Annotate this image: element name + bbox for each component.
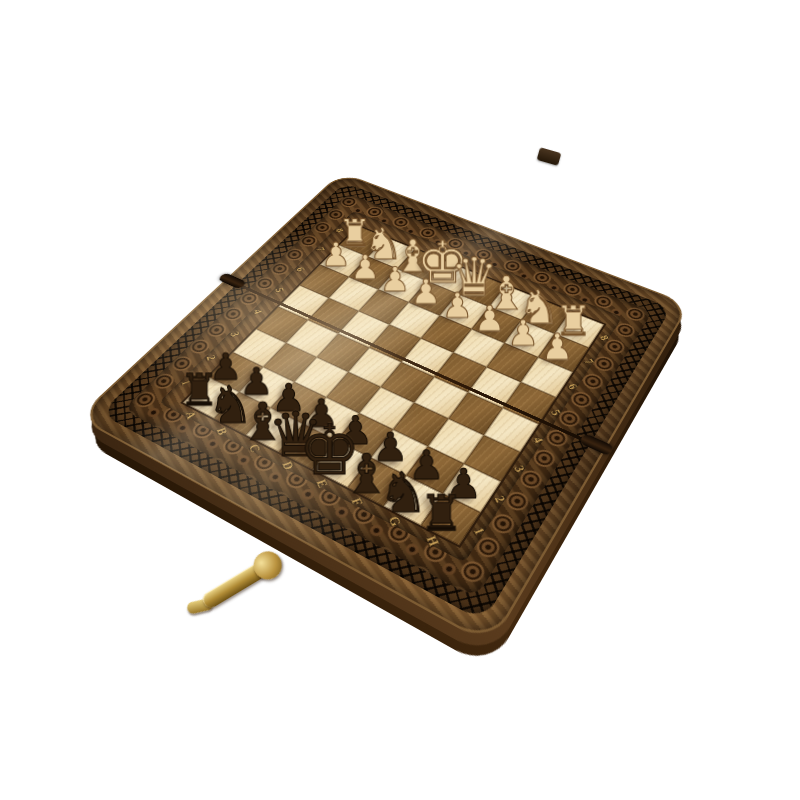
rank-label-left-3: 3 <box>229 331 242 338</box>
piece-dark-rook: ♜ <box>419 489 463 538</box>
rank-label-left-6: 6 <box>294 266 306 272</box>
outer-wavy-rim: ♜♞♝♚♛♝♞♜♟♟♟♟♟♟♟♟♟♟♟♟♟♟♟♟♜♞♝♛♚♝♞♜ ABCDEFG… <box>77 172 690 646</box>
piece-light-pawn: ♟ <box>410 276 441 310</box>
piece-light-pawn: ♟ <box>507 315 539 351</box>
piece-light-pawn: ♟ <box>321 239 351 272</box>
lattice-carving-band: ♜♞♝♚♛♝♞♜♟♟♟♟♟♟♟♟♟♟♟♟♟♟♟♟♜♞♝♛♚♝♞♜ ABCDEFG… <box>100 182 672 621</box>
piece-light-pawn: ♟ <box>541 329 574 365</box>
piece-light-pawn: ♟ <box>474 302 506 337</box>
rank-label-right-3: 3 <box>512 464 527 473</box>
piece-light-pawn: ♟ <box>442 288 473 323</box>
rank-label-right-7: 7 <box>582 358 596 366</box>
rank-label-left-4: 4 <box>252 308 265 315</box>
rank-label-right-1: 1 <box>471 526 487 536</box>
rank-label-right-6: 6 <box>566 382 580 390</box>
rank-label-right-8: 8 <box>598 334 611 341</box>
piece-light-pawn: ♟ <box>380 263 410 297</box>
piece-light-pawn: ♟ <box>350 251 380 284</box>
carved-chess-box: ♜♞♝♚♛♝♞♜♟♟♟♟♟♟♟♟♟♟♟♟♟♟♟♟♜♞♝♛♚♝♞♜ ABCDEFG… <box>77 172 690 646</box>
photo-stage: ♜♞♝♚♛♝♞♜♟♟♟♟♟♟♟♟♟♟♟♟♟♟♟♟♜♞♝♛♚♝♞♜ ABCDEFG… <box>50 18 750 758</box>
rank-label-right-5: 5 <box>549 408 563 417</box>
board: ♜♞♝♚♛♝♞♜♟♟♟♟♟♟♟♟♟♟♟♟♟♟♟♟♜♞♝♛♚♝♞♜ <box>180 225 606 548</box>
rank-label-left-5: 5 <box>273 287 285 294</box>
scroll-carving-band: ♜♞♝♚♛♝♞♜♟♟♟♟♟♟♟♟♟♟♟♟♟♟♟♟♜♞♝♛♚♝♞♜ ABCDEFG… <box>123 193 653 598</box>
rank-label-right-2: 2 <box>492 494 507 504</box>
rank-label-right-4: 4 <box>531 436 546 445</box>
photo-canvas: { "game": "chess", "scene": { "type": "p… <box>0 0 800 800</box>
